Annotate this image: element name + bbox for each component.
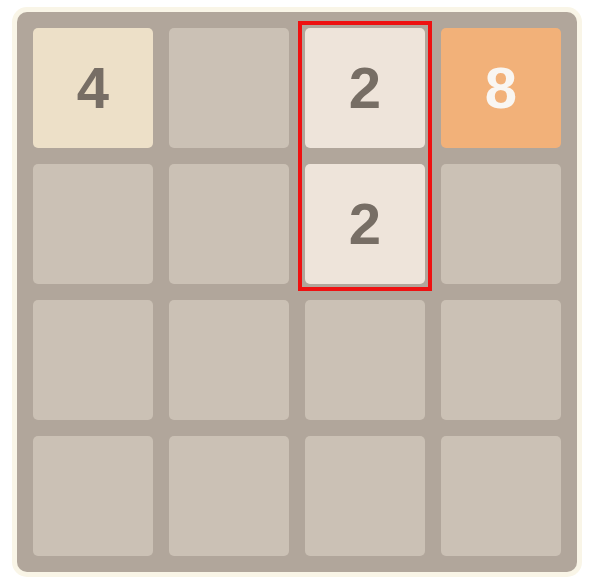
empty-cell-r3c2 <box>169 300 289 420</box>
tile-8-r1c4: 8 <box>441 28 561 148</box>
tile-2-r1c3: 2 <box>305 28 425 148</box>
tile-2-r2c3: 2 <box>305 164 425 284</box>
tile-grid: 4282 <box>17 12 577 572</box>
empty-cell-r1c2 <box>169 28 289 148</box>
empty-cell-r2c4 <box>441 164 561 284</box>
empty-cell-r4c4 <box>441 436 561 556</box>
tile-4-r1c1: 4 <box>33 28 153 148</box>
empty-cell-r3c1 <box>33 300 153 420</box>
empty-cell-r2c1 <box>33 164 153 284</box>
empty-cell-r3c3 <box>305 300 425 420</box>
game-board-2048: 4282 <box>17 12 577 572</box>
empty-cell-r4c2 <box>169 436 289 556</box>
empty-cell-r2c2 <box>169 164 289 284</box>
empty-cell-r4c1 <box>33 436 153 556</box>
empty-cell-r4c3 <box>305 436 425 556</box>
empty-cell-r3c4 <box>441 300 561 420</box>
